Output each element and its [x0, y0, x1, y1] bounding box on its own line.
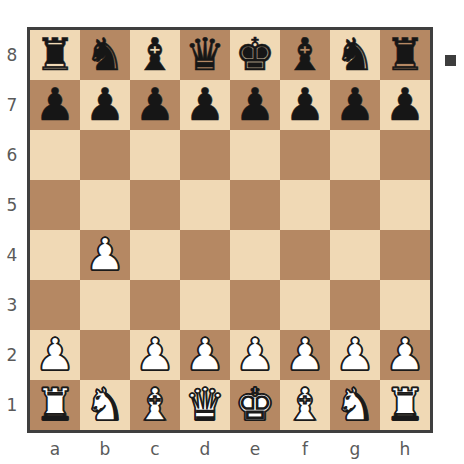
rank-label-7: 7	[0, 80, 24, 130]
black-knight[interactable]: ♞	[80, 30, 130, 80]
square-h1[interactable]: ♜	[380, 380, 430, 430]
file-label-f: f	[280, 437, 330, 461]
rank-label-4: 4	[0, 230, 24, 280]
white-rook[interactable]: ♜	[30, 380, 80, 430]
white-pawn[interactable]: ♟	[280, 330, 330, 380]
square-a1[interactable]: ♜	[30, 380, 80, 430]
square-b5[interactable]	[80, 180, 130, 230]
square-c5[interactable]	[130, 180, 180, 230]
black-knight[interactable]: ♞	[330, 30, 380, 80]
white-king[interactable]: ♚	[230, 380, 280, 430]
square-d5[interactable]	[180, 180, 230, 230]
square-d3[interactable]	[180, 280, 230, 330]
black-pawn[interactable]: ♟	[30, 80, 80, 130]
square-g6[interactable]	[330, 130, 380, 180]
square-e6[interactable]	[230, 130, 280, 180]
file-label-d: d	[180, 437, 230, 461]
square-a6[interactable]	[30, 130, 80, 180]
white-bishop[interactable]: ♝	[280, 380, 330, 430]
rank-label-3: 3	[0, 280, 24, 330]
square-f1[interactable]: ♝	[280, 380, 330, 430]
rank-label-2: 2	[0, 330, 24, 380]
square-a4[interactable]	[30, 230, 80, 280]
white-pawn[interactable]: ♟	[380, 330, 430, 380]
square-g7[interactable]: ♟	[330, 80, 380, 130]
white-pawn[interactable]: ♟	[180, 330, 230, 380]
file-label-e: e	[230, 437, 280, 461]
black-rook[interactable]: ♜	[380, 30, 430, 80]
square-b2[interactable]	[80, 330, 130, 380]
square-h2[interactable]: ♟	[380, 330, 430, 380]
square-b1[interactable]: ♞	[80, 380, 130, 430]
square-e8[interactable]: ♚	[230, 30, 280, 80]
side-to-move-indicator	[445, 55, 456, 66]
square-c2[interactable]: ♟	[130, 330, 180, 380]
black-king[interactable]: ♚	[230, 30, 280, 80]
square-f3[interactable]	[280, 280, 330, 330]
square-g2[interactable]: ♟	[330, 330, 380, 380]
square-g4[interactable]	[330, 230, 380, 280]
black-pawn[interactable]: ♟	[280, 80, 330, 130]
black-pawn[interactable]: ♟	[130, 80, 180, 130]
square-d1[interactable]: ♛	[180, 380, 230, 430]
square-f7[interactable]: ♟	[280, 80, 330, 130]
white-pawn[interactable]: ♟	[230, 330, 280, 380]
square-a5[interactable]	[30, 180, 80, 230]
square-a2[interactable]: ♟	[30, 330, 80, 380]
square-c3[interactable]	[130, 280, 180, 330]
square-b3[interactable]	[80, 280, 130, 330]
file-label-a: a	[30, 437, 80, 461]
rank-label-6: 6	[0, 130, 24, 180]
square-g8[interactable]: ♞	[330, 30, 380, 80]
square-e3[interactable]	[230, 280, 280, 330]
black-bishop[interactable]: ♝	[280, 30, 330, 80]
chess-app: 87654321 ♜♞♝♛♚♝♞♜♟♟♟♟♟♟♟♟♟♟♟♟♟♟♟♟♜♞♝♛♚♝♞…	[0, 0, 464, 464]
square-f6[interactable]	[280, 130, 330, 180]
square-g5[interactable]	[330, 180, 380, 230]
square-b4[interactable]: ♟	[80, 230, 130, 280]
square-c1[interactable]: ♝	[130, 380, 180, 430]
square-f2[interactable]: ♟	[280, 330, 330, 380]
rank-label-5: 5	[0, 180, 24, 230]
square-e2[interactable]: ♟	[230, 330, 280, 380]
square-d7[interactable]: ♟	[180, 80, 230, 130]
white-queen[interactable]: ♛	[180, 380, 230, 430]
square-b6[interactable]	[80, 130, 130, 180]
white-knight[interactable]: ♞	[80, 380, 130, 430]
square-h5[interactable]	[380, 180, 430, 230]
square-f4[interactable]	[280, 230, 330, 280]
square-c7[interactable]: ♟	[130, 80, 180, 130]
black-pawn[interactable]: ♟	[330, 80, 380, 130]
square-e1[interactable]: ♚	[230, 380, 280, 430]
white-pawn[interactable]: ♟	[130, 330, 180, 380]
square-h3[interactable]	[380, 280, 430, 330]
square-e5[interactable]	[230, 180, 280, 230]
square-a3[interactable]	[30, 280, 80, 330]
square-g3[interactable]	[330, 280, 380, 330]
black-queen[interactable]: ♛	[180, 30, 230, 80]
square-h4[interactable]	[380, 230, 430, 280]
square-a8[interactable]: ♜	[30, 30, 80, 80]
square-a7[interactable]: ♟	[30, 80, 80, 130]
square-e7[interactable]: ♟	[230, 80, 280, 130]
rank-label-1: 1	[0, 380, 24, 430]
square-c6[interactable]	[130, 130, 180, 180]
white-pawn[interactable]: ♟	[80, 230, 130, 280]
file-label-b: b	[80, 437, 130, 461]
square-c8[interactable]: ♝	[130, 30, 180, 80]
black-pawn[interactable]: ♟	[180, 80, 230, 130]
square-d8[interactable]: ♛	[180, 30, 230, 80]
square-g1[interactable]: ♞	[330, 380, 380, 430]
square-d2[interactable]: ♟	[180, 330, 230, 380]
white-pawn[interactable]: ♟	[30, 330, 80, 380]
square-f5[interactable]	[280, 180, 330, 230]
file-label-h: h	[380, 437, 430, 461]
square-h6[interactable]	[380, 130, 430, 180]
black-pawn[interactable]: ♟	[380, 80, 430, 130]
white-knight[interactable]: ♞	[330, 380, 380, 430]
square-b7[interactable]: ♟	[80, 80, 130, 130]
square-h7[interactable]: ♟	[380, 80, 430, 130]
black-pawn[interactable]: ♟	[80, 80, 130, 130]
square-h8[interactable]: ♜	[380, 30, 430, 80]
white-rook[interactable]: ♜	[380, 380, 430, 430]
square-c4[interactable]	[130, 230, 180, 280]
square-b8[interactable]: ♞	[80, 30, 130, 80]
rank-label-8: 8	[0, 30, 24, 80]
black-rook[interactable]: ♜	[30, 30, 80, 80]
chess-board[interactable]: ♜♞♝♛♚♝♞♜♟♟♟♟♟♟♟♟♟♟♟♟♟♟♟♟♜♞♝♛♚♝♞♜	[27, 27, 433, 433]
square-e4[interactable]	[230, 230, 280, 280]
square-d6[interactable]	[180, 130, 230, 180]
white-bishop[interactable]: ♝	[130, 380, 180, 430]
file-label-g: g	[330, 437, 380, 461]
black-bishop[interactable]: ♝	[130, 30, 180, 80]
file-label-c: c	[130, 437, 180, 461]
black-pawn[interactable]: ♟	[230, 80, 280, 130]
square-f8[interactable]: ♝	[280, 30, 330, 80]
white-pawn[interactable]: ♟	[330, 330, 380, 380]
square-d4[interactable]	[180, 230, 230, 280]
